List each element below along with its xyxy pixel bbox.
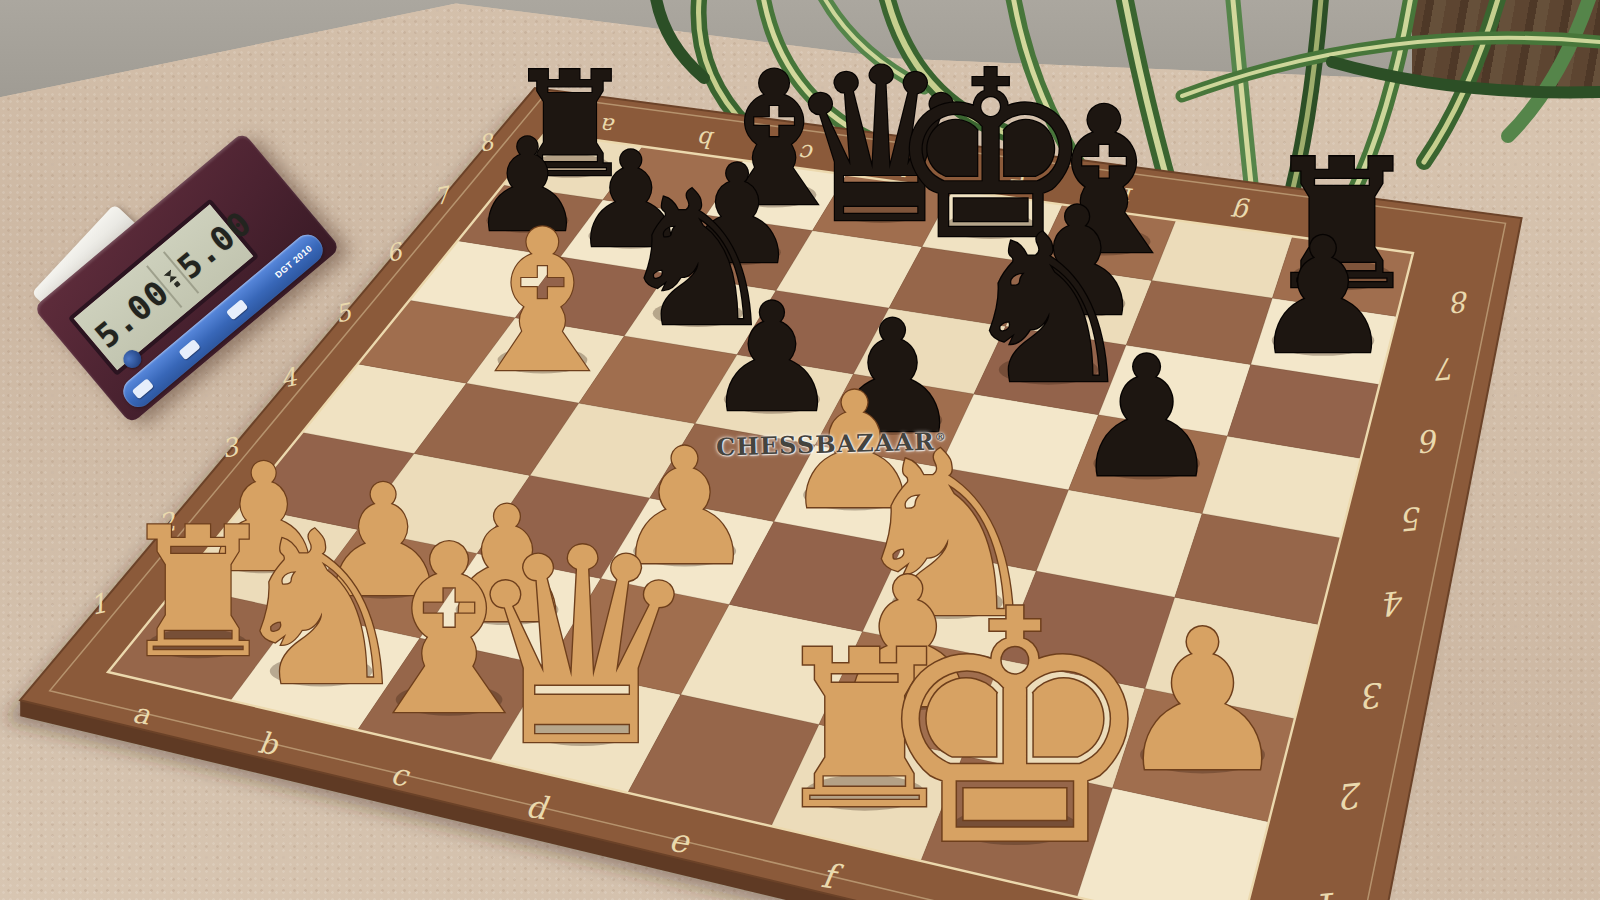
- black-pawn-g5[interactable]: ♟: [1072, 321, 1221, 514]
- watermark-text: CHESSBAZAAR: [716, 427, 936, 462]
- scene: aabbccddeeffgghh1122334455667788 ♜♝♛♟♚♟♝…: [0, 0, 1600, 900]
- white-bishop-b5[interactable]: ♝: [454, 188, 630, 416]
- clock-button-3: [226, 299, 248, 320]
- clock-button-2: [178, 338, 200, 359]
- white-king-g1[interactable]: ♚: [871, 542, 1159, 900]
- indicator-dot-icon: [174, 281, 181, 288]
- black-pawn-h7[interactable]: ♟: [1251, 203, 1395, 390]
- white-queen-d1[interactable]: ♛: [461, 491, 703, 806]
- rank-label-right-1: 1: [1315, 883, 1342, 900]
- clock-button-1: [131, 378, 153, 399]
- watermark: CHESSBAZAAR®: [716, 428, 907, 462]
- registered-mark: ®: [935, 430, 947, 443]
